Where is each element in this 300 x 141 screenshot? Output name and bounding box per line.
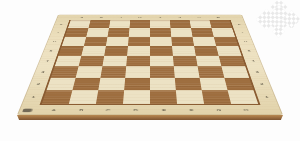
file-label-bottom-d: D <box>122 105 150 115</box>
square-b8 <box>88 20 110 28</box>
square-c1 <box>96 90 124 104</box>
file-label-bottom-f: F <box>177 105 206 115</box>
manufacturer-stamp <box>22 109 33 113</box>
square-e2 <box>150 78 176 90</box>
square-e1 <box>150 90 177 104</box>
square-g8 <box>190 20 212 28</box>
square-g4 <box>196 56 222 67</box>
square-c4 <box>102 56 127 67</box>
square-a7 <box>65 28 88 36</box>
square-g7 <box>191 28 214 36</box>
board-frame: ABCDEFGH ABCDEFGH 87654321 87654321 <box>17 15 283 115</box>
playing-field <box>40 20 261 105</box>
file-label-bottom-h: H <box>231 105 262 115</box>
square-c3 <box>100 66 126 77</box>
square-d1 <box>123 90 150 104</box>
square-b5 <box>81 46 106 56</box>
product-photo: ABCDEFGH ABCDEFGH 87654321 87654321 <box>0 0 300 141</box>
square-c6 <box>106 37 129 46</box>
square-d3 <box>125 66 150 77</box>
square-a1 <box>42 90 73 104</box>
square-e5 <box>150 46 173 56</box>
file-label-bottom-a: A <box>38 105 69 115</box>
square-e3 <box>150 66 175 77</box>
file-label-bottom-g: G <box>204 105 234 115</box>
square-f1 <box>176 90 204 104</box>
square-c5 <box>104 46 128 56</box>
square-a5 <box>58 46 83 56</box>
file-label-bottom-e: E <box>150 105 178 115</box>
square-b3 <box>76 66 103 77</box>
square-a8 <box>68 20 91 28</box>
square-f2 <box>175 78 202 90</box>
square-d6 <box>128 37 150 46</box>
square-g5 <box>194 46 219 56</box>
square-f7 <box>171 28 193 36</box>
square-f5 <box>172 46 196 56</box>
file-label-bottom-c: C <box>94 105 123 115</box>
square-e6 <box>150 37 172 46</box>
square-d5 <box>127 46 150 56</box>
square-h7 <box>212 28 235 36</box>
square-h2 <box>224 78 253 90</box>
square-f6 <box>171 37 194 46</box>
square-b7 <box>86 28 109 36</box>
square-a3 <box>51 66 79 77</box>
square-h5 <box>216 46 241 56</box>
square-h3 <box>221 66 249 77</box>
square-f3 <box>174 66 200 77</box>
chessboard: ABCDEFGH ABCDEFGH 87654321 87654321 <box>17 15 283 115</box>
shop-watermark-knight-logo <box>259 1 299 37</box>
square-e7 <box>150 28 171 36</box>
square-a4 <box>55 56 82 67</box>
square-e4 <box>150 56 174 67</box>
square-d2 <box>124 78 150 90</box>
board-side-edge <box>17 115 283 120</box>
square-a2 <box>47 78 76 90</box>
square-h6 <box>214 37 238 46</box>
square-g3 <box>198 66 225 77</box>
square-a6 <box>62 37 86 46</box>
file-labels-bottom: ABCDEFGH <box>38 105 262 115</box>
square-c2 <box>98 78 125 90</box>
file-label-bottom-b: B <box>66 105 96 115</box>
square-b1 <box>69 90 98 104</box>
square-h1 <box>228 90 259 104</box>
square-b4 <box>79 56 105 67</box>
square-h4 <box>219 56 246 67</box>
square-c8 <box>109 20 130 28</box>
square-e8 <box>150 20 171 28</box>
square-g2 <box>200 78 228 90</box>
square-g6 <box>193 37 217 46</box>
square-d7 <box>129 28 150 36</box>
square-c7 <box>107 28 129 36</box>
square-d4 <box>126 56 150 67</box>
square-h8 <box>210 20 233 28</box>
square-d8 <box>129 20 150 28</box>
square-f4 <box>173 56 198 67</box>
square-f8 <box>170 20 191 28</box>
square-b6 <box>84 37 108 46</box>
square-g1 <box>202 90 231 104</box>
square-b2 <box>72 78 100 90</box>
